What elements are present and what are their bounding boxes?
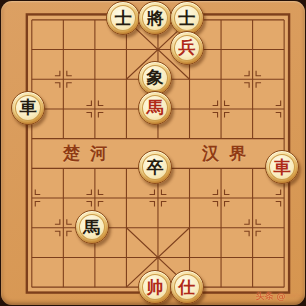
piece-black-general[interactable]: 將 [138,1,172,35]
piece-glyph: 士 [174,5,200,31]
piece-glyph: 卒 [142,154,168,180]
piece-glyph: 馬 [79,214,105,240]
piece-glyph: 象 [142,65,168,91]
xiangqi-screenshot: 楚河 汉界 士將士兵象車馬卒車馬帅仕 头条 @···· [0,0,306,306]
piece-black-advisor[interactable]: 士 [170,1,204,35]
piece-glyph: 士 [110,5,136,31]
piece-black-chariot[interactable]: 車 [11,91,45,125]
piece-glyph: 車 [269,154,295,180]
river-label-hanjie: 汉界 [202,142,256,165]
piece-glyph: 將 [142,5,168,31]
piece-black-advisor[interactable]: 士 [106,1,140,35]
piece-black-horse[interactable]: 馬 [75,210,109,244]
watermark-text: 头条 @ [256,291,286,301]
piece-glyph: 車 [15,95,41,121]
river-label-chuhe: 楚河 [63,142,117,165]
piece-red-horse[interactable]: 馬 [138,91,172,125]
piece-glyph: 馬 [142,95,168,121]
piece-glyph: 帅 [142,274,168,300]
piece-red-general[interactable]: 帅 [138,270,172,304]
piece-red-advisor[interactable]: 仕 [170,270,204,304]
piece-glyph: 兵 [174,35,200,61]
piece-glyph: 仕 [174,274,200,300]
piece-red-soldier[interactable]: 兵 [170,31,204,65]
piece-black-elephant[interactable]: 象 [138,61,172,95]
watermark-blurred-tail: ···· [286,291,301,301]
watermark: 头条 @···· [256,290,301,303]
xiangqi-board[interactable]: 楚河 汉界 士將士兵象車馬卒車馬帅仕 头条 @···· [1,1,305,305]
